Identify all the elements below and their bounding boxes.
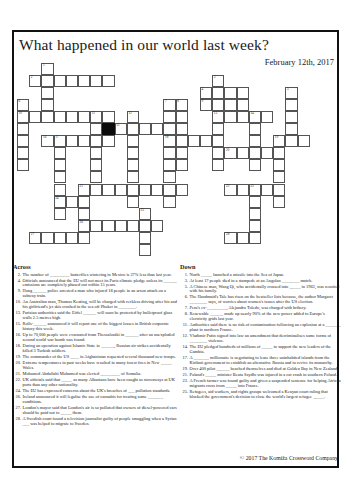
grid-cell[interactable] <box>78 196 90 208</box>
grid-cell[interactable] <box>17 123 29 135</box>
grid-cell[interactable]: 26 <box>78 220 90 232</box>
clue-text: Up to 70,000 people were evacuated from … <box>23 333 178 343</box>
grid-cell[interactable] <box>78 135 90 147</box>
clue-text: At least 17 people died in a stampede at… <box>190 279 342 284</box>
grid-cell[interactable] <box>66 196 78 208</box>
grid-cell[interactable] <box>127 135 139 147</box>
grid-cell[interactable]: 28 <box>224 232 236 244</box>
grid-cell[interactable] <box>17 147 29 159</box>
clue-text: Renewable ______ made up nearly 90% of t… <box>190 312 342 322</box>
clue-text: The Handmaid's Tale has risen on the bes… <box>190 295 342 305</box>
clue-number: 16. <box>13 333 23 343</box>
clue-number: 14. <box>180 345 190 355</box>
grid-cell[interactable]: 20 <box>224 147 236 159</box>
grid-cell[interactable] <box>41 87 53 99</box>
grid-cell[interactable] <box>139 244 151 256</box>
grid-cell[interactable]: 9 <box>200 99 212 111</box>
grid-cell[interactable] <box>102 111 114 123</box>
grid-cell[interactable] <box>237 232 249 244</box>
grid-cell[interactable]: 6 <box>17 99 29 111</box>
cell-number: 22 <box>226 185 229 188</box>
grid-cell[interactable] <box>285 111 297 123</box>
clue-text: North _____ launched a missile into the … <box>190 273 342 278</box>
grid-cell[interactable] <box>237 147 249 159</box>
down-clues-column: Down 1.North _____ launched a missile in… <box>180 263 341 401</box>
grid-cell[interactable] <box>273 147 285 159</box>
grid-cell[interactable] <box>176 159 188 171</box>
across-clue-2: 2.The number of _________ butterflies wi… <box>13 273 177 278</box>
grid-cell[interactable]: 13 <box>212 111 224 123</box>
clue-number: 28. <box>13 417 23 427</box>
page-title: What happened in our world last week? <box>19 36 319 54</box>
grid-cell[interactable] <box>54 147 66 159</box>
grid-cell[interactable] <box>249 220 261 232</box>
clue-text: An Australian man, Thomas Keating, will … <box>23 300 178 310</box>
grid-cell[interactable] <box>249 196 261 208</box>
grid-cell[interactable] <box>249 147 261 159</box>
grid-cell[interactable] <box>66 232 78 244</box>
grid-cell[interactable] <box>78 208 90 220</box>
clue-text: A French farmer was found guilty and giv… <box>190 379 342 389</box>
crossword-page: { "title": "What happened in our world l… <box>0 0 354 500</box>
clue-text: Ireland announced it will legalise the u… <box>23 395 178 405</box>
grid-cell[interactable] <box>261 111 273 123</box>
cell-number: 18 <box>165 136 168 139</box>
grid-cell[interactable] <box>176 111 188 123</box>
cell-number: 12 <box>128 112 131 115</box>
grid-cell[interactable] <box>90 171 102 183</box>
cell-number: 19 <box>275 136 278 139</box>
grid-cell[interactable] <box>127 184 139 196</box>
grid-cell[interactable]: 23 <box>249 184 261 196</box>
grid-cell[interactable] <box>224 87 236 99</box>
clue-number: 22. <box>13 378 23 388</box>
grid-cell[interactable] <box>54 159 66 171</box>
cell-number: 11 <box>92 112 95 115</box>
grid-cell[interactable] <box>54 208 66 220</box>
grid-cell[interactable]: 7 <box>163 99 175 111</box>
grid-cell[interactable] <box>78 75 90 87</box>
grid-cell[interactable] <box>127 123 139 135</box>
grid-cell[interactable]: 11 <box>90 111 102 123</box>
grid-cell[interactable] <box>212 159 224 171</box>
down-clue-12: 12.Vladimir Putin signed into law an ame… <box>180 334 341 344</box>
down-clue-1: 1.North _____ launched a missile into th… <box>180 273 341 278</box>
grid-cell[interactable] <box>90 159 102 171</box>
clue-number: 3. <box>180 279 190 284</box>
grid-cell[interactable] <box>237 87 249 99</box>
grid-cell[interactable] <box>285 135 297 147</box>
grid-cell[interactable] <box>188 135 200 147</box>
grid-cell[interactable] <box>66 135 78 147</box>
grid-cell[interactable] <box>17 159 29 171</box>
grid-cell[interactable] <box>237 99 249 111</box>
grid-cell[interactable] <box>139 123 151 135</box>
grid-cell[interactable]: 4 <box>200 87 212 99</box>
clue-number: 10. <box>13 300 23 310</box>
grid-cell[interactable] <box>212 87 224 99</box>
grid-cell[interactable]: 15 <box>115 123 127 135</box>
grid-cell[interactable]: 3 <box>212 75 224 87</box>
grid-cell[interactable] <box>127 147 139 159</box>
grid-cell[interactable] <box>176 184 188 196</box>
across-clue-26: 26.Ireland announced it will legalise th… <box>13 395 177 405</box>
cell-number: 3 <box>214 76 216 79</box>
clue-text: Parisian authorities said the Eiffel ___… <box>23 311 178 321</box>
grid-cell[interactable] <box>78 232 90 244</box>
grid-cell[interactable] <box>102 184 114 196</box>
grid-cell[interactable] <box>163 171 175 183</box>
grid-cell[interactable]: 24 <box>54 196 66 208</box>
grid-cell[interactable] <box>163 111 175 123</box>
grid-cell[interactable] <box>54 184 66 196</box>
grid-cell[interactable] <box>102 75 114 87</box>
grid-cell[interactable] <box>249 135 261 147</box>
grid-cell[interactable] <box>285 123 297 135</box>
clue-number: 13. <box>13 311 23 321</box>
cell-number: 21 <box>80 185 83 188</box>
grid-cell[interactable] <box>151 123 163 135</box>
clue-number: 2. <box>13 273 23 278</box>
grid-cell[interactable] <box>115 220 127 232</box>
clue-text: Refugees, aid workers, and rights groups… <box>190 390 342 400</box>
grid-cell[interactable] <box>261 147 273 159</box>
cell-number: 7 <box>165 100 167 103</box>
grid-cell[interactable] <box>17 135 29 147</box>
across-clues-column: Across 2.The number of _________ butterf… <box>13 263 177 428</box>
grid-cell[interactable] <box>139 220 151 232</box>
clue-number: 6. <box>180 295 190 305</box>
across-clue-18: 18.During an operation against Islamic S… <box>13 344 177 354</box>
grid-cell[interactable] <box>54 171 66 183</box>
grid-cell[interactable]: 18 <box>163 135 175 147</box>
grid-cell[interactable]: 5 <box>285 87 297 99</box>
grid-cell[interactable]: 12 <box>127 111 139 123</box>
clue-text: A Chinese man, Wang Qi, who accidentally… <box>190 285 342 295</box>
clue-number: 17. <box>180 356 190 366</box>
grid-cell[interactable] <box>163 196 175 208</box>
grid-cell[interactable] <box>29 111 41 123</box>
across-clue-4: 4.Officials announced that the EU will n… <box>13 279 177 289</box>
clue-text: Hong ______ police arrested a man who in… <box>23 289 178 299</box>
clue-number: 25. <box>180 390 190 400</box>
grid-cell[interactable] <box>163 184 175 196</box>
grid-cell[interactable] <box>54 75 66 87</box>
cell-number: 20 <box>226 149 229 152</box>
grid-cell[interactable] <box>139 184 151 196</box>
clue-text: Rolls-______ announced it will report on… <box>23 322 178 332</box>
grid-cell[interactable] <box>163 159 175 171</box>
clue-number: 27. <box>13 406 23 416</box>
cell-number: 4 <box>202 88 204 91</box>
grid-cell[interactable] <box>273 184 285 196</box>
down-clue-list: 1.North _____ launched a missile into th… <box>180 273 341 400</box>
grid-cell[interactable] <box>66 75 78 87</box>
cell-number: 6 <box>19 100 21 103</box>
grid-cell[interactable] <box>41 75 53 87</box>
black-cell <box>102 123 114 135</box>
grid-cell[interactable] <box>41 99 53 111</box>
grid-cell[interactable]: 21 <box>78 184 90 196</box>
grid-cell[interactable]: 25 <box>139 208 151 220</box>
cell-number: 10 <box>19 112 22 115</box>
grid-cell[interactable]: 27 <box>29 232 41 244</box>
grid-cell[interactable] <box>298 135 310 147</box>
across-clue-20: 20.Extreme temperatures in past weeks ha… <box>13 361 177 371</box>
down-clue-8: 8.Renewable ______ made up nearly 90% of… <box>180 312 341 322</box>
grid-cell[interactable] <box>212 123 224 135</box>
clue-text: The number of _________ butterflies wint… <box>23 273 178 278</box>
cell-number: 5 <box>287 88 289 91</box>
grid-cell[interactable]: 19 <box>273 135 285 147</box>
grid-cell[interactable] <box>212 147 224 159</box>
across-clue-22: 22.UK officials said that _____ as many … <box>13 378 177 388</box>
clue-number: 23. <box>180 379 190 389</box>
across-clue-9: 9.Hong ______ police arrested a man who … <box>13 289 177 299</box>
clue-text: The EU pledged hundreds of millions of _… <box>190 345 342 355</box>
across-clue-10: 10.An Australian man, Thomas Keating, wi… <box>13 300 177 310</box>
cell-number: 2 <box>31 76 33 79</box>
grid-cell[interactable] <box>115 184 127 196</box>
clue-text: Authorities said there is no risk of con… <box>190 323 342 333</box>
clue-number: 26. <box>13 395 23 405</box>
clue-number: 9. <box>13 289 23 299</box>
across-clue-list: 2.The number of _________ butterflies wi… <box>13 273 177 427</box>
cell-number: 1 <box>43 64 45 67</box>
clue-text: London's mayor said that London's air is… <box>23 406 178 416</box>
grid-cell[interactable] <box>127 196 139 208</box>
grid-cell[interactable] <box>176 135 188 147</box>
cell-number: 27 <box>31 233 34 236</box>
grid-cell[interactable] <box>176 123 188 135</box>
clue-number: 5. <box>180 285 190 295</box>
copyright-footer: © 2017 The Komiža Crossword Company <box>240 455 338 461</box>
clue-text: Extreme temperatures in past weeks have … <box>23 361 178 371</box>
down-clue-17: 17.A _______ millionaire is negotiating … <box>180 356 341 366</box>
clue-number: 11. <box>180 323 190 333</box>
grid-cell[interactable] <box>237 184 249 196</box>
down-clue-5: 5.A Chinese man, Wang Qi, who accidental… <box>180 285 341 295</box>
grid-cell[interactable] <box>90 220 102 232</box>
clue-number: 4. <box>13 279 23 289</box>
grid-cell[interactable]: 14 <box>249 111 261 123</box>
cell-number: 25 <box>141 209 144 212</box>
crossword-grid: 1234567891011121314151617181920212223242… <box>17 63 311 257</box>
down-clue-3: 3.At least 17 people died in a stampede … <box>180 279 341 284</box>
grid-cell[interactable] <box>212 135 224 147</box>
cell-number: 15 <box>116 124 119 127</box>
clue-number: 15. <box>13 322 23 332</box>
clue-text: Officials announced that the EU will not… <box>23 279 178 289</box>
cell-number: 16 <box>43 136 46 139</box>
grid-cell[interactable] <box>285 99 297 111</box>
grid-cell[interactable]: 16 <box>41 135 53 147</box>
grid-cell[interactable] <box>249 208 261 220</box>
cell-number: 28 <box>226 233 229 236</box>
grid-cell[interactable] <box>200 135 212 147</box>
grid-cell[interactable] <box>212 99 224 111</box>
grid-cell[interactable] <box>151 184 163 196</box>
grid-cell[interactable] <box>261 184 273 196</box>
grid-cell[interactable] <box>163 147 175 159</box>
grid-cell[interactable]: 2 <box>29 75 41 87</box>
grid-cell[interactable] <box>139 232 151 244</box>
grid-cell[interactable] <box>54 232 66 244</box>
grid-cell[interactable] <box>78 111 90 123</box>
grid-cell[interactable]: 10 <box>17 111 29 123</box>
grid-cell[interactable] <box>41 232 53 244</box>
grid-cell[interactable] <box>237 111 249 123</box>
clue-text: Vladimir Putin signed into law an amendm… <box>190 334 342 344</box>
grid-cell[interactable] <box>90 123 102 135</box>
across-clue-15: 15.Rolls-______ announced it will report… <box>13 322 177 332</box>
clue-text: A Swedish court found a television journ… <box>23 417 178 427</box>
down-clue-23: 23.A French farmer was found guilty and … <box>180 379 341 389</box>
cell-number: 9 <box>202 100 204 103</box>
grid-cell[interactable] <box>54 111 66 123</box>
grid-cell[interactable] <box>249 232 261 244</box>
down-clue-14: 14.The EU pledged hundreds of millions o… <box>180 345 341 355</box>
cell-number: 17 <box>55 136 58 139</box>
grid-cell[interactable] <box>127 220 139 232</box>
clue-number: 18. <box>13 344 23 354</box>
clue-number: 8. <box>180 312 190 322</box>
clue-text: During an operation against Islamic Stat… <box>23 344 178 354</box>
grid-cell[interactable] <box>127 171 139 183</box>
across-clue-16: 16.Up to 70,000 people were evacuated fr… <box>13 333 177 343</box>
down-header: Down <box>180 263 341 270</box>
grid-cell[interactable] <box>90 147 102 159</box>
grid-cell[interactable]: 17 <box>54 135 66 147</box>
grid-cell[interactable] <box>163 123 175 135</box>
grid-cell[interactable] <box>176 147 188 159</box>
grid-cell[interactable] <box>66 111 78 123</box>
across-header: Across <box>13 263 177 270</box>
across-clue-27: 27.London's mayor said that London's air… <box>13 406 177 416</box>
grid-cell[interactable]: 8 <box>176 99 188 111</box>
across-clue-28: 28.A Swedish court found a television jo… <box>13 417 177 427</box>
grid-cell[interactable] <box>127 159 139 171</box>
grid-cell[interactable] <box>151 220 163 232</box>
down-clue-11: 11.Authorities said there is no risk of … <box>180 323 341 333</box>
grid-cell[interactable] <box>224 111 236 123</box>
grid-cell[interactable]: 22 <box>224 184 236 196</box>
clue-number: 20. <box>13 361 23 371</box>
grid-cell[interactable] <box>90 75 102 87</box>
grid-cell[interactable] <box>249 123 261 135</box>
clue-text: UK officials said that _____ as many Alb… <box>23 378 178 388</box>
grid-cell[interactable]: 1 <box>41 63 53 75</box>
grid-cell[interactable] <box>273 171 285 183</box>
grid-cell[interactable] <box>90 135 102 147</box>
cell-number: 23 <box>250 185 253 188</box>
cell-number: 26 <box>80 221 83 224</box>
down-clue-25: 25.Refugees, aid workers, and rights gro… <box>180 390 341 400</box>
grid-cell[interactable] <box>102 135 114 147</box>
across-clue-13: 13.Parisian authorities said the Eiffel … <box>13 311 177 321</box>
cell-number: 24 <box>55 197 58 200</box>
clue-number: 12. <box>180 334 190 344</box>
grid-cell[interactable] <box>249 159 261 171</box>
cell-number: 8 <box>177 100 179 103</box>
clue-number: 1. <box>180 273 190 278</box>
clue-text: A _______ millionaire is negotiating to … <box>190 356 342 366</box>
cell-number: 14 <box>250 112 253 115</box>
grid-cell[interactable] <box>90 184 102 196</box>
down-clue-6: 6.The Handmaid's Tale has risen on the b… <box>180 295 341 305</box>
grid-cell[interactable] <box>273 196 285 208</box>
grid-cell[interactable] <box>102 220 114 232</box>
grid-cell[interactable] <box>273 159 285 171</box>
grid-cell[interactable] <box>41 111 53 123</box>
grid-cell[interactable] <box>224 99 236 111</box>
cell-number: 13 <box>214 112 217 115</box>
